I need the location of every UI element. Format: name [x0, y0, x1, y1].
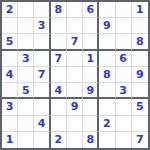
cell-r7c2[interactable]: [18, 99, 34, 115]
cell-r8c8[interactable]: [116, 116, 132, 132]
cell-r4c2[interactable]: 3: [18, 51, 34, 67]
cell-r2c1[interactable]: [2, 18, 18, 34]
cell-r1c3[interactable]: [34, 2, 50, 18]
cell-r3c1[interactable]: 5: [2, 34, 18, 50]
cell-r1c8[interactable]: [116, 2, 132, 18]
cell-r5c2[interactable]: [18, 67, 34, 83]
cell-r5c3[interactable]: 7: [34, 67, 50, 83]
cell-r9c2[interactable]: [18, 132, 34, 148]
cell-r8c6[interactable]: [83, 116, 99, 132]
cell-r7c6[interactable]: [83, 99, 99, 115]
cell-r2c4[interactable]: [51, 18, 67, 34]
sudoku-board: 286139578371647895493395421287: [0, 0, 150, 150]
cell-r2c9[interactable]: [132, 18, 148, 34]
cell-r9c8[interactable]: [116, 132, 132, 148]
cell-r7c1[interactable]: 3: [2, 99, 18, 115]
cell-r4c1[interactable]: [2, 51, 18, 67]
cell-r7c3[interactable]: [34, 99, 50, 115]
cell-r9c3[interactable]: [34, 132, 50, 148]
cell-r3c5[interactable]: 7: [67, 34, 83, 50]
cell-r4c4[interactable]: 7: [51, 51, 67, 67]
cell-r6c5[interactable]: [67, 83, 83, 99]
cell-r6c2[interactable]: 5: [18, 83, 34, 99]
cell-r9c7[interactable]: [99, 132, 115, 148]
cell-r5c6[interactable]: [83, 67, 99, 83]
cell-r8c1[interactable]: [2, 116, 18, 132]
cell-r4c9[interactable]: [132, 51, 148, 67]
cell-r2c5[interactable]: [67, 18, 83, 34]
cell-r5c7[interactable]: 8: [99, 67, 115, 83]
cell-r7c9[interactable]: 5: [132, 99, 148, 115]
cell-r6c4[interactable]: 4: [51, 83, 67, 99]
cell-r9c6[interactable]: 8: [83, 132, 99, 148]
cell-r9c4[interactable]: 2: [51, 132, 67, 148]
cell-r4c5[interactable]: [67, 51, 83, 67]
cell-r7c5[interactable]: 9: [67, 99, 83, 115]
cell-r7c8[interactable]: [116, 99, 132, 115]
cell-r8c5[interactable]: [67, 116, 83, 132]
cell-r3c8[interactable]: [116, 34, 132, 50]
cell-r2c6[interactable]: [83, 18, 99, 34]
cell-r8c7[interactable]: 2: [99, 116, 115, 132]
cell-r3c9[interactable]: 8: [132, 34, 148, 50]
cell-r3c7[interactable]: [99, 34, 115, 50]
cell-r5c8[interactable]: [116, 67, 132, 83]
cell-r1c2[interactable]: [18, 2, 34, 18]
cell-r3c2[interactable]: [18, 34, 34, 50]
cell-r5c4[interactable]: [51, 67, 67, 83]
cell-r7c4[interactable]: [51, 99, 67, 115]
cell-r1c9[interactable]: 1: [132, 2, 148, 18]
cell-r9c5[interactable]: [67, 132, 83, 148]
cell-r5c5[interactable]: [67, 67, 83, 83]
cell-r2c3[interactable]: 3: [34, 18, 50, 34]
cell-r1c5[interactable]: [67, 2, 83, 18]
cell-r4c7[interactable]: [99, 51, 115, 67]
cell-r6c8[interactable]: 3: [116, 83, 132, 99]
cell-r1c6[interactable]: 6: [83, 2, 99, 18]
cell-r4c8[interactable]: 6: [116, 51, 132, 67]
cell-r8c2[interactable]: [18, 116, 34, 132]
cell-r8c9[interactable]: [132, 116, 148, 132]
cell-r3c6[interactable]: [83, 34, 99, 50]
cell-r6c6[interactable]: 9: [83, 83, 99, 99]
cell-r1c4[interactable]: 8: [51, 2, 67, 18]
cell-r3c4[interactable]: [51, 34, 67, 50]
cell-r6c9[interactable]: [132, 83, 148, 99]
cell-r4c6[interactable]: 1: [83, 51, 99, 67]
cell-r2c8[interactable]: [116, 18, 132, 34]
cell-r5c9[interactable]: 9: [132, 67, 148, 83]
cell-r3c3[interactable]: [34, 34, 50, 50]
cell-r7c7[interactable]: [99, 99, 115, 115]
cell-r6c7[interactable]: [99, 83, 115, 99]
cell-r2c2[interactable]: [18, 18, 34, 34]
cell-r6c3[interactable]: [34, 83, 50, 99]
cell-r1c1[interactable]: 2: [2, 2, 18, 18]
cell-r8c3[interactable]: 4: [34, 116, 50, 132]
cell-r6c1[interactable]: [2, 83, 18, 99]
cell-r9c9[interactable]: 7: [132, 132, 148, 148]
cell-r5c1[interactable]: 4: [2, 67, 18, 83]
cell-r4c3[interactable]: [34, 51, 50, 67]
cell-r2c7[interactable]: 9: [99, 18, 115, 34]
cell-r1c7[interactable]: [99, 2, 115, 18]
cell-r9c1[interactable]: 1: [2, 132, 18, 148]
cell-r8c4[interactable]: [51, 116, 67, 132]
